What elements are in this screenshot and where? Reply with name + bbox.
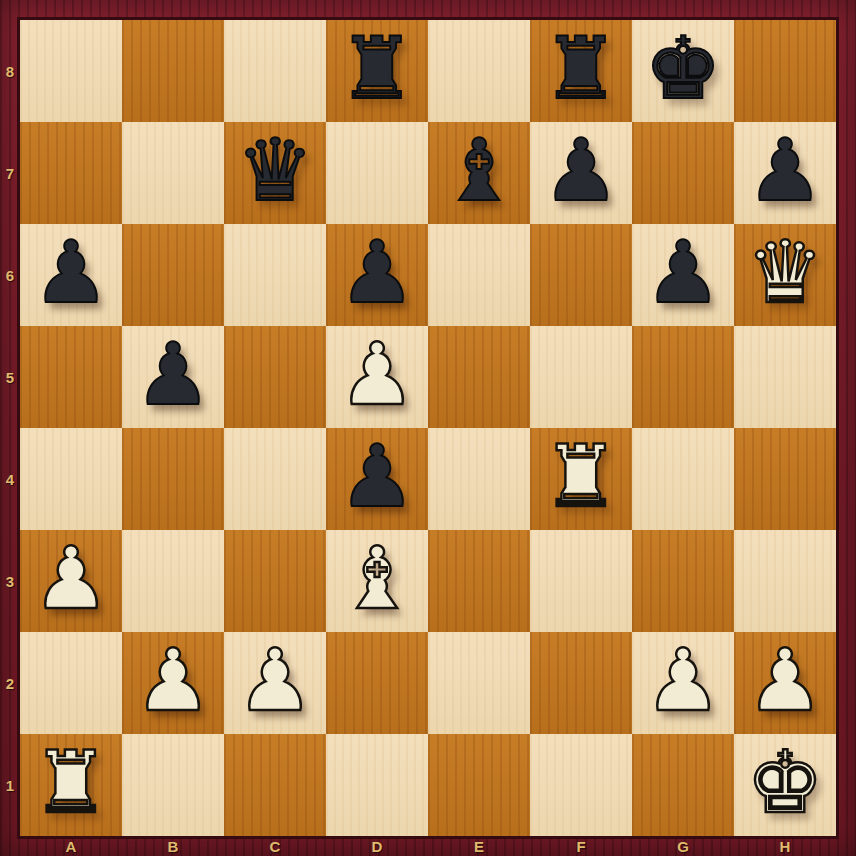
square-a4[interactable] [20,428,122,530]
piece-white-pawn[interactable]: ♟ [338,331,415,417]
piece-black-bishop[interactable]: ♝ [440,127,517,213]
square-a6[interactable]: ♟ [20,224,122,326]
square-d5[interactable]: ♟ [326,326,428,428]
square-f5[interactable] [530,326,632,428]
piece-white-bishop[interactable]: ♝ [338,535,415,621]
square-d2[interactable] [326,632,428,734]
square-b5[interactable]: ♟ [122,326,224,428]
piece-white-rook[interactable]: ♜ [542,433,619,519]
square-b1[interactable] [122,734,224,836]
square-d6[interactable]: ♟ [326,224,428,326]
square-h6[interactable]: ♛ [734,224,836,326]
square-e4[interactable] [428,428,530,530]
square-d1[interactable] [326,734,428,836]
chess-board: ♜♜♚♛♝♟♟♟♟♟♛♟♟♟♜♟♝♟♟♟♟♜♚ [17,17,839,839]
piece-black-pawn[interactable]: ♟ [644,229,721,315]
piece-black-pawn[interactable]: ♟ [542,127,619,213]
square-e2[interactable] [428,632,530,734]
square-g6[interactable]: ♟ [632,224,734,326]
file-label-c: C [224,836,326,856]
square-e8[interactable] [428,20,530,122]
square-c5[interactable] [224,326,326,428]
piece-black-pawn[interactable]: ♟ [338,433,415,519]
square-g7[interactable] [632,122,734,224]
piece-white-king[interactable]: ♚ [746,739,823,825]
square-f3[interactable] [530,530,632,632]
square-a3[interactable]: ♟ [20,530,122,632]
square-h3[interactable] [734,530,836,632]
file-label-e: E [428,836,530,856]
square-c7[interactable]: ♛ [224,122,326,224]
square-a8[interactable] [20,20,122,122]
square-b7[interactable] [122,122,224,224]
piece-black-pawn[interactable]: ♟ [32,229,109,315]
piece-white-pawn[interactable]: ♟ [134,637,211,723]
square-f8[interactable]: ♜ [530,20,632,122]
piece-black-pawn[interactable]: ♟ [746,127,823,213]
square-h2[interactable]: ♟ [734,632,836,734]
square-b3[interactable] [122,530,224,632]
square-b8[interactable] [122,20,224,122]
file-label-f: F [530,836,632,856]
square-g1[interactable] [632,734,734,836]
square-d7[interactable] [326,122,428,224]
piece-black-rook[interactable]: ♜ [542,25,619,111]
piece-black-pawn[interactable]: ♟ [338,229,415,315]
file-label-d: D [326,836,428,856]
square-c2[interactable]: ♟ [224,632,326,734]
square-h1[interactable]: ♚ [734,734,836,836]
square-c6[interactable] [224,224,326,326]
piece-white-pawn[interactable]: ♟ [746,637,823,723]
square-h7[interactable]: ♟ [734,122,836,224]
square-g2[interactable]: ♟ [632,632,734,734]
square-f7[interactable]: ♟ [530,122,632,224]
piece-black-king[interactable]: ♚ [644,25,721,111]
square-g5[interactable] [632,326,734,428]
file-label-b: B [122,836,224,856]
square-a7[interactable] [20,122,122,224]
square-f1[interactable] [530,734,632,836]
square-b6[interactable] [122,224,224,326]
square-h4[interactable] [734,428,836,530]
piece-white-pawn[interactable]: ♟ [32,535,109,621]
square-h5[interactable] [734,326,836,428]
piece-black-rook[interactable]: ♜ [338,25,415,111]
file-label-g: G [632,836,734,856]
square-a5[interactable] [20,326,122,428]
square-b4[interactable] [122,428,224,530]
square-c4[interactable] [224,428,326,530]
square-a2[interactable] [20,632,122,734]
square-c3[interactable] [224,530,326,632]
square-e3[interactable] [428,530,530,632]
piece-white-rook[interactable]: ♜ [32,739,109,825]
piece-black-queen[interactable]: ♛ [236,127,313,213]
chess-board-frame: 8 7 6 5 4 3 2 1 ♜♜♚♛♝♟♟♟♟♟♛♟♟♟♜♟♝♟♟♟♟♜♚ … [0,0,856,856]
file-label-h: H [734,836,836,856]
square-e6[interactable] [428,224,530,326]
square-f6[interactable] [530,224,632,326]
square-h8[interactable] [734,20,836,122]
square-d4[interactable]: ♟ [326,428,428,530]
piece-black-pawn[interactable]: ♟ [134,331,211,417]
piece-white-pawn[interactable]: ♟ [644,637,721,723]
square-c1[interactable] [224,734,326,836]
square-f2[interactable] [530,632,632,734]
piece-white-pawn[interactable]: ♟ [236,637,313,723]
square-g8[interactable]: ♚ [632,20,734,122]
square-c8[interactable] [224,20,326,122]
square-a1[interactable]: ♜ [20,734,122,836]
square-e7[interactable]: ♝ [428,122,530,224]
square-g4[interactable] [632,428,734,530]
square-g3[interactable] [632,530,734,632]
square-f4[interactable]: ♜ [530,428,632,530]
square-e1[interactable] [428,734,530,836]
file-labels: A B C D E F G H [20,836,836,856]
square-d8[interactable]: ♜ [326,20,428,122]
square-b2[interactable]: ♟ [122,632,224,734]
file-label-a: A [20,836,122,856]
square-e5[interactable] [428,326,530,428]
square-d3[interactable]: ♝ [326,530,428,632]
piece-white-queen[interactable]: ♛ [746,229,823,315]
